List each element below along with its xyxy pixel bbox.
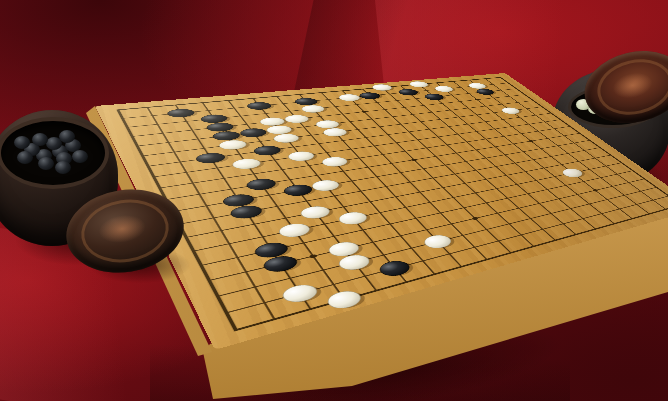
star-point [471, 217, 479, 221]
star-point [592, 189, 599, 192]
black-bowl-opening [0, 117, 109, 189]
black-stone-in-bowl [38, 157, 54, 170]
white-stone[interactable] [279, 282, 321, 305]
star-point [411, 158, 418, 161]
white-stone[interactable] [313, 119, 341, 129]
black-stone[interactable] [251, 145, 283, 157]
black-stone[interactable] [211, 130, 243, 141]
black-stone[interactable] [165, 108, 196, 118]
white-stone[interactable] [298, 205, 333, 221]
star-point [308, 254, 317, 259]
star-point [474, 99, 480, 101]
white-stone[interactable] [217, 139, 249, 151]
black-stone[interactable] [281, 183, 315, 197]
black-stone-in-bowl [72, 150, 88, 163]
white-stone[interactable] [258, 117, 288, 127]
white-stone[interactable] [319, 156, 350, 168]
black-stone[interactable] [293, 97, 320, 106]
star-point [528, 140, 534, 142]
star-point [361, 111, 368, 113]
black-stone[interactable] [194, 152, 228, 165]
black-stone[interactable] [245, 101, 274, 110]
white-stone[interactable] [336, 210, 371, 226]
white-stone[interactable] [276, 222, 313, 240]
white-stone[interactable] [271, 133, 301, 144]
black-stone[interactable] [376, 259, 413, 279]
black-stone[interactable] [205, 122, 236, 133]
black-stone-in-bowl [17, 151, 33, 164]
white-stone[interactable] [321, 127, 350, 137]
photo-scene [0, 0, 668, 401]
black-stone[interactable] [228, 204, 265, 220]
white-stone[interactable] [559, 167, 585, 178]
white-stone[interactable] [299, 104, 327, 113]
black-stone[interactable] [244, 177, 278, 191]
black-stone[interactable] [199, 114, 230, 124]
white-stone[interactable] [324, 288, 365, 311]
black-stone-in-bowl [55, 161, 71, 174]
white-stone[interactable] [230, 157, 263, 170]
white-stone[interactable] [285, 150, 316, 162]
white-stone[interactable] [421, 233, 455, 250]
